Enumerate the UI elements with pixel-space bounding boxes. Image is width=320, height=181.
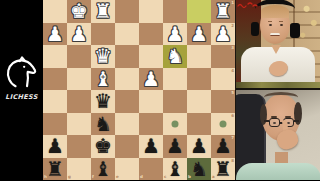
square-c4[interactable] — [163, 68, 187, 91]
square-b4[interactable] — [187, 68, 211, 91]
square-d5[interactable] — [139, 90, 163, 113]
square-b8[interactable]: ♞b — [187, 158, 211, 181]
square-a8[interactable]: ♜a8 — [211, 158, 235, 181]
file-label-d: d — [140, 175, 143, 179]
move-dest-dot-a6[interactable] — [220, 120, 227, 127]
file-label-e: e — [116, 175, 119, 179]
square-a2[interactable]: ♟2 — [211, 23, 235, 46]
stream-frame: LICHESS ♚♜♜1♟♟♟♟♟2♛♞3♝♟4♛5♞6♟♚♟♟♟♟7♜hg♝f… — [0, 0, 320, 180]
square-d2[interactable] — [139, 23, 163, 46]
headphones-band-icon — [255, 0, 295, 19]
file-label-a: a — [212, 175, 215, 179]
piece-wP-g2[interactable]: ♟ — [67, 23, 91, 46]
eyebrow — [279, 21, 283, 22]
square-b6[interactable] — [187, 113, 211, 136]
square-a7[interactable]: ♟7 — [211, 135, 235, 158]
chess-board[interactable]: ♚♜♜1♟♟♟♟♟2♛♞3♝♟4♛5♞6♟♚♟♟♟♟7♜hg♝fed♝c♞b♜a… — [43, 0, 235, 180]
square-g4[interactable] — [67, 68, 91, 91]
square-c2[interactable]: ♟ — [163, 23, 187, 46]
piece-bP-h7[interactable]: ♟ — [43, 135, 67, 158]
square-h1[interactable] — [43, 0, 67, 23]
square-c7[interactable]: ♟ — [163, 135, 187, 158]
square-a6[interactable]: 6 — [211, 113, 235, 136]
square-c6[interactable] — [163, 113, 187, 136]
piece-wQ-f3[interactable]: ♛ — [91, 45, 115, 68]
square-f1[interactable]: ♜ — [91, 0, 115, 23]
glasses-arm-icon — [294, 120, 299, 122]
square-f8[interactable]: ♝f — [91, 158, 115, 181]
file-label-g: g — [68, 175, 71, 179]
square-f2[interactable] — [91, 23, 115, 46]
square-h2[interactable]: ♟ — [43, 23, 67, 46]
square-f3[interactable]: ♛ — [91, 45, 115, 68]
square-e1[interactable] — [115, 0, 139, 23]
bottom-webcam — [236, 90, 320, 180]
eye — [269, 24, 272, 26]
piece-bN-f6[interactable]: ♞ — [91, 113, 115, 136]
mint-shirt — [236, 163, 320, 180]
piece-bB-c8[interactable]: ♝ — [163, 158, 187, 181]
square-b5[interactable] — [187, 90, 211, 113]
rank-label-1: 1 — [231, 1, 234, 5]
square-b1[interactable] — [187, 0, 211, 23]
piece-wK-g1[interactable]: ♚ — [67, 0, 91, 23]
square-g3[interactable] — [67, 45, 91, 68]
square-d4[interactable]: ♟ — [139, 68, 163, 91]
square-e4[interactable] — [115, 68, 139, 91]
square-h3[interactable] — [43, 45, 67, 68]
piece-bP-d7[interactable]: ♟ — [139, 135, 163, 158]
square-b2[interactable]: ♟ — [187, 23, 211, 46]
square-c5[interactable] — [163, 90, 187, 113]
square-b3[interactable] — [187, 45, 211, 68]
piece-bP-c7[interactable]: ♟ — [163, 135, 187, 158]
square-h8[interactable]: ♜h — [43, 158, 67, 181]
file-label-c: c — [164, 175, 166, 179]
square-h7[interactable]: ♟ — [43, 135, 67, 158]
square-d3[interactable] — [139, 45, 163, 68]
square-h5[interactable] — [43, 90, 67, 113]
eye — [280, 24, 283, 26]
square-e6[interactable] — [115, 113, 139, 136]
square-e8[interactable]: e — [115, 158, 139, 181]
rank-label-8: 8 — [231, 159, 234, 163]
piece-bP-b7[interactable]: ♟ — [187, 135, 211, 158]
square-d8[interactable]: d — [139, 158, 163, 181]
piece-wP-b2[interactable]: ♟ — [187, 23, 211, 46]
square-g6[interactable] — [67, 113, 91, 136]
square-a1[interactable]: ♜1 — [211, 0, 235, 23]
rank-label-4: 4 — [231, 69, 234, 73]
file-label-f: f — [92, 175, 94, 179]
sidebar: LICHESS — [0, 0, 43, 180]
rank-label-2: 2 — [231, 24, 234, 28]
file-label-h: h — [44, 175, 47, 179]
square-e2[interactable] — [115, 23, 139, 46]
piece-wP-h2[interactable]: ♟ — [43, 23, 67, 46]
square-d6[interactable] — [139, 113, 163, 136]
square-g8[interactable]: g — [67, 158, 91, 181]
smile — [270, 33, 280, 36]
square-g7[interactable] — [67, 135, 91, 158]
square-a4[interactable]: 4 — [211, 68, 235, 91]
piece-wP-c2[interactable]: ♟ — [163, 23, 187, 46]
square-c8[interactable]: ♝c — [163, 158, 187, 181]
square-c1[interactable] — [163, 0, 187, 23]
square-g1[interactable]: ♚ — [67, 0, 91, 23]
receding-hairline — [264, 92, 298, 103]
rank-label-5: 5 — [231, 91, 234, 95]
square-a3[interactable]: 3 — [211, 45, 235, 68]
rank-label-6: 6 — [231, 114, 234, 118]
headphones-earcup-left-icon — [251, 22, 259, 36]
square-e7[interactable] — [115, 135, 139, 158]
glasses-arm-icon — [264, 120, 269, 122]
hair-side — [294, 102, 302, 125]
square-f7[interactable]: ♚ — [91, 135, 115, 158]
headphones-earcup-right-icon — [290, 23, 300, 38]
piece-wR-f1[interactable]: ♜ — [91, 0, 115, 23]
lichess-knight-icon — [4, 56, 40, 92]
piece-wN-c3[interactable]: ♞ — [163, 45, 187, 68]
square-f6[interactable]: ♞ — [91, 113, 115, 136]
square-f4[interactable]: ♝ — [91, 68, 115, 91]
square-h6[interactable] — [43, 113, 67, 136]
rank-label-3: 3 — [231, 46, 234, 50]
top-webcam — [236, 0, 320, 88]
square-h4[interactable] — [43, 68, 67, 91]
glasses-lens-icon — [269, 118, 280, 127]
piece-bQ-f5[interactable]: ♛ — [91, 90, 115, 113]
red-watermark — [237, 1, 259, 10]
square-d1[interactable] — [139, 0, 163, 23]
square-d7[interactable]: ♟ — [139, 135, 163, 158]
square-b7[interactable]: ♟ — [187, 135, 211, 158]
piece-wB-f4[interactable]: ♝ — [91, 68, 115, 91]
square-g2[interactable]: ♟ — [67, 23, 91, 46]
piece-bK-f7[interactable]: ♚ — [91, 135, 115, 158]
piece-bB-f8[interactable]: ♝ — [91, 158, 115, 181]
file-label-b: b — [188, 175, 191, 179]
square-g5[interactable] — [67, 90, 91, 113]
eyebrow — [268, 21, 272, 22]
lichess-wordmark: LICHESS — [0, 93, 43, 101]
hair-side — [260, 104, 267, 125]
square-f5[interactable]: ♛ — [91, 90, 115, 113]
square-e5[interactable] — [115, 90, 139, 113]
piece-wP-d4[interactable]: ♟ — [139, 68, 163, 91]
rank-label-7: 7 — [231, 136, 234, 140]
webcam-column — [235, 0, 320, 180]
square-e3[interactable] — [115, 45, 139, 68]
move-dest-dot-c6[interactable] — [172, 120, 179, 127]
square-c3[interactable]: ♞ — [163, 45, 187, 68]
square-a5[interactable]: 5 — [211, 90, 235, 113]
